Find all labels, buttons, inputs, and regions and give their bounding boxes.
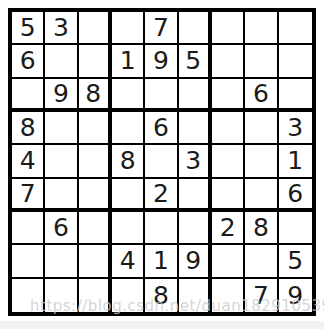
sudoku-cell[interactable] [179,12,212,45]
sudoku-cell[interactable] [245,12,278,45]
sudoku-cell[interactable]: 9 [279,279,312,312]
sudoku-cell[interactable] [212,145,245,178]
sudoku-cell[interactable]: 6 [145,112,178,145]
sudoku-cell[interactable] [79,112,112,145]
sudoku-cell[interactable] [145,145,178,178]
sudoku-cell[interactable]: 1 [279,145,312,178]
sudoku-cell[interactable]: 7 [12,179,45,212]
sudoku-cell[interactable] [179,179,212,212]
sudoku-board: 537619598686348317266284195879 [8,8,316,316]
sudoku-cell[interactable] [212,179,245,212]
sudoku-cell[interactable] [245,145,278,178]
sudoku-cell[interactable]: 6 [45,212,78,245]
sudoku-cell[interactable]: 8 [79,79,112,112]
sudoku-cell[interactable]: 3 [179,145,212,178]
sudoku-cell[interactable]: 3 [279,112,312,145]
sudoku-cell[interactable] [279,45,312,78]
sudoku-cell[interactable] [112,112,145,145]
sudoku-cell[interactable] [12,245,45,278]
sudoku-cell[interactable] [245,245,278,278]
sudoku-cell[interactable]: 9 [45,79,78,112]
sudoku-cell[interactable] [79,212,112,245]
sudoku-cell[interactable] [179,112,212,145]
sudoku-cell[interactable]: 8 [112,145,145,178]
sudoku-cell[interactable] [112,212,145,245]
sudoku-cell[interactable]: 7 [245,279,278,312]
sudoku-cell[interactable] [279,79,312,112]
sudoku-cell[interactable] [279,12,312,45]
sudoku-cell[interactable]: 5 [279,245,312,278]
sudoku-cell[interactable] [45,179,78,212]
sudoku-cell[interactable] [112,12,145,45]
sudoku-cell[interactable] [79,179,112,212]
sudoku-cell[interactable] [179,79,212,112]
sudoku-cell[interactable]: 4 [112,245,145,278]
sudoku-cell[interactable] [79,12,112,45]
sudoku-cell[interactable] [45,145,78,178]
sudoku-cell[interactable]: 7 [145,12,178,45]
sudoku-cell[interactable] [179,212,212,245]
sudoku-cell[interactable] [45,279,78,312]
sudoku-cell[interactable] [45,245,78,278]
sudoku-cell[interactable] [212,12,245,45]
sudoku-cell[interactable] [245,45,278,78]
sudoku-cell[interactable]: 3 [45,12,78,45]
sudoku-cell[interactable]: 5 [12,12,45,45]
sudoku-cell[interactable]: 6 [12,45,45,78]
sudoku-cell[interactable] [145,212,178,245]
sudoku-cell[interactable] [212,279,245,312]
sudoku-cell[interactable] [245,112,278,145]
sudoku-cell[interactable] [45,112,78,145]
sudoku-cell[interactable]: 2 [145,179,178,212]
sudoku-cell[interactable] [12,79,45,112]
sudoku-cell[interactable]: 4 [12,145,45,178]
sudoku-cell[interactable]: 8 [12,112,45,145]
sudoku-cell[interactable] [79,45,112,78]
sudoku-cell[interactable] [79,279,112,312]
sudoku-cell[interactable] [245,179,278,212]
sudoku-cell[interactable]: 5 [179,45,212,78]
sudoku-cell[interactable] [212,45,245,78]
sudoku-cell[interactable]: 8 [145,279,178,312]
sudoku-cell[interactable]: 2 [212,212,245,245]
sudoku-cell[interactable] [45,45,78,78]
sudoku-cell[interactable]: 6 [245,79,278,112]
sudoku-cell[interactable]: 8 [245,212,278,245]
sudoku-cell[interactable]: 9 [179,245,212,278]
sudoku-cell[interactable] [112,179,145,212]
sudoku-cell[interactable] [145,79,178,112]
sudoku-cell[interactable] [212,79,245,112]
sudoku-cell[interactable]: 1 [145,245,178,278]
sudoku-cell[interactable] [212,245,245,278]
sudoku-cell[interactable] [112,279,145,312]
bottom-strip [0,321,324,329]
sudoku-cell[interactable]: 9 [145,45,178,78]
sudoku-cell[interactable] [179,279,212,312]
sudoku-cell[interactable] [12,279,45,312]
sudoku-cell[interactable] [279,212,312,245]
sudoku-cell[interactable]: 1 [112,45,145,78]
sudoku-cell[interactable]: 6 [279,179,312,212]
sudoku-cell[interactable] [112,79,145,112]
page: 537619598686348317266284195879 https://b… [0,0,324,329]
sudoku-cell[interactable] [212,112,245,145]
sudoku-cell[interactable] [79,245,112,278]
sudoku-cell[interactable] [12,212,45,245]
sudoku-cell[interactable] [79,145,112,178]
